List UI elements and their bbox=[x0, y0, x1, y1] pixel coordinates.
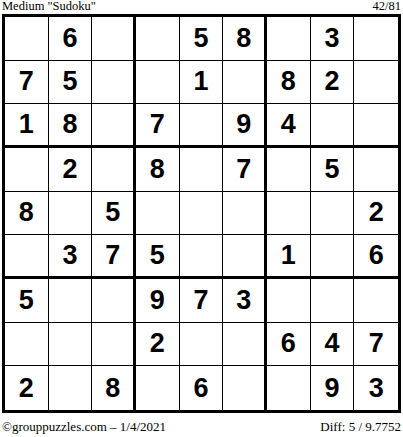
puzzle-title: Medium "Sudoku" bbox=[2, 0, 96, 13]
sudoku-cell[interactable] bbox=[311, 104, 355, 148]
sudoku-cell[interactable]: 5 bbox=[311, 148, 355, 192]
copyright-text: ©grouppuzzles.com – 1/4/2021 bbox=[2, 420, 166, 434]
sudoku-cell[interactable]: 7 bbox=[223, 148, 267, 192]
sudoku-cell[interactable]: 3 bbox=[49, 235, 93, 279]
sudoku-cell[interactable] bbox=[223, 192, 267, 236]
sudoku-cell[interactable] bbox=[136, 192, 180, 236]
sudoku-cell[interactable]: 7 bbox=[92, 235, 136, 279]
sudoku-cell[interactable]: 9 bbox=[311, 366, 355, 410]
sudoku-cell[interactable] bbox=[92, 61, 136, 105]
sudoku-cell[interactable] bbox=[180, 323, 224, 367]
sudoku-cell[interactable] bbox=[267, 279, 311, 323]
sudoku-cell[interactable]: 8 bbox=[92, 366, 136, 410]
sudoku-cell[interactable] bbox=[180, 148, 224, 192]
sudoku-page: Medium "Sudoku" 42/81 658375182187942875… bbox=[0, 0, 403, 437]
sudoku-cell[interactable]: 4 bbox=[311, 323, 355, 367]
sudoku-cell[interactable]: 9 bbox=[223, 104, 267, 148]
sudoku-cell[interactable] bbox=[92, 279, 136, 323]
sudoku-cell[interactable]: 1 bbox=[267, 235, 311, 279]
sudoku-cell[interactable] bbox=[92, 17, 136, 61]
sudoku-cell[interactable] bbox=[223, 235, 267, 279]
sudoku-cell[interactable]: 2 bbox=[136, 323, 180, 367]
sudoku-cell[interactable] bbox=[311, 192, 355, 236]
sudoku-cell[interactable] bbox=[5, 17, 49, 61]
sudoku-cell[interactable]: 8 bbox=[5, 192, 49, 236]
sudoku-cell[interactable]: 1 bbox=[180, 61, 224, 105]
sudoku-cell[interactable]: 6 bbox=[354, 235, 398, 279]
sudoku-cell[interactable] bbox=[180, 192, 224, 236]
sudoku-cell[interactable]: 3 bbox=[354, 366, 398, 410]
sudoku-cell[interactable]: 8 bbox=[49, 104, 93, 148]
sudoku-cell[interactable] bbox=[49, 323, 93, 367]
sudoku-cell[interactable]: 6 bbox=[49, 17, 93, 61]
sudoku-cell[interactable] bbox=[267, 17, 311, 61]
sudoku-cell[interactable] bbox=[223, 366, 267, 410]
sudoku-cell[interactable]: 7 bbox=[136, 104, 180, 148]
sudoku-cell[interactable] bbox=[92, 148, 136, 192]
sudoku-cell[interactable]: 7 bbox=[180, 279, 224, 323]
sudoku-cell[interactable]: 8 bbox=[136, 148, 180, 192]
sudoku-cell[interactable] bbox=[267, 148, 311, 192]
sudoku-cell[interactable]: 5 bbox=[180, 17, 224, 61]
sudoku-cell[interactable]: 7 bbox=[354, 323, 398, 367]
sudoku-cell[interactable] bbox=[223, 61, 267, 105]
sudoku-cell[interactable] bbox=[180, 235, 224, 279]
sudoku-cell[interactable] bbox=[136, 366, 180, 410]
sudoku-cell[interactable]: 1 bbox=[5, 104, 49, 148]
sudoku-cell[interactable]: 2 bbox=[311, 61, 355, 105]
sudoku-cell[interactable] bbox=[49, 192, 93, 236]
sudoku-cell[interactable]: 3 bbox=[311, 17, 355, 61]
sudoku-cell[interactable]: 2 bbox=[49, 148, 93, 192]
sudoku-board: 658375182187942875852375165973264728693 bbox=[2, 14, 401, 413]
sudoku-cell[interactable]: 9 bbox=[136, 279, 180, 323]
difficulty-text: Diff: 5 / 9.7752 bbox=[320, 420, 401, 434]
sudoku-cell[interactable] bbox=[267, 366, 311, 410]
sudoku-cell[interactable] bbox=[92, 104, 136, 148]
sudoku-cell[interactable] bbox=[354, 61, 398, 105]
sudoku-cell[interactable]: 5 bbox=[92, 192, 136, 236]
sudoku-cell[interactable]: 8 bbox=[223, 17, 267, 61]
sudoku-cell[interactable] bbox=[223, 323, 267, 367]
sudoku-cell[interactable]: 6 bbox=[180, 366, 224, 410]
sudoku-cell[interactable] bbox=[267, 192, 311, 236]
sudoku-cell[interactable]: 3 bbox=[223, 279, 267, 323]
sudoku-cell[interactable]: 6 bbox=[267, 323, 311, 367]
sudoku-cell[interactable] bbox=[354, 279, 398, 323]
sudoku-cell[interactable]: 5 bbox=[49, 61, 93, 105]
sudoku-cell[interactable] bbox=[136, 17, 180, 61]
sudoku-cell[interactable] bbox=[49, 279, 93, 323]
cells-counter: 42/81 bbox=[373, 0, 401, 13]
sudoku-cell[interactable]: 4 bbox=[267, 104, 311, 148]
sudoku-cell[interactable] bbox=[311, 279, 355, 323]
sudoku-cell[interactable] bbox=[5, 148, 49, 192]
sudoku-cell[interactable]: 5 bbox=[136, 235, 180, 279]
sudoku-cell[interactable] bbox=[180, 104, 224, 148]
sudoku-cell[interactable]: 8 bbox=[267, 61, 311, 105]
sudoku-cell[interactable] bbox=[92, 323, 136, 367]
sudoku-cell[interactable] bbox=[354, 104, 398, 148]
sudoku-cell[interactable]: 5 bbox=[5, 279, 49, 323]
sudoku-cell[interactable] bbox=[354, 17, 398, 61]
sudoku-cell[interactable]: 7 bbox=[5, 61, 49, 105]
sudoku-cell[interactable] bbox=[5, 323, 49, 367]
sudoku-cell[interactable]: 2 bbox=[354, 192, 398, 236]
sudoku-cell[interactable] bbox=[49, 366, 93, 410]
header: Medium "Sudoku" 42/81 bbox=[2, 0, 401, 14]
footer: ©grouppuzzles.com – 1/4/2021 Diff: 5 / 9… bbox=[2, 419, 401, 434]
sudoku-cell[interactable] bbox=[311, 235, 355, 279]
sudoku-cell[interactable] bbox=[354, 148, 398, 192]
sudoku-cell[interactable]: 2 bbox=[5, 366, 49, 410]
sudoku-cell[interactable] bbox=[136, 61, 180, 105]
sudoku-cell[interactable] bbox=[5, 235, 49, 279]
